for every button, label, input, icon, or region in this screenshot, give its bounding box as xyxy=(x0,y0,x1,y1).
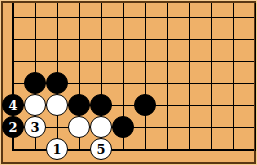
stone-white[interactable] xyxy=(24,94,46,116)
stone-white-move-1[interactable]: 1 xyxy=(46,138,68,160)
grid-line-horizontal xyxy=(12,61,254,62)
stone-white-move-3[interactable]: 3 xyxy=(24,116,46,138)
stone-black-move-2[interactable]: 2 xyxy=(2,116,24,138)
go-board-diagram: 42315 xyxy=(0,0,257,165)
stone-black[interactable] xyxy=(68,94,90,116)
stone-black[interactable] xyxy=(90,94,112,116)
move-number-label: 2 xyxy=(8,121,17,134)
grid-line-vertical xyxy=(255,3,256,151)
stone-black[interactable] xyxy=(134,94,156,116)
grid-line-vertical xyxy=(145,3,146,151)
stone-white-move-5[interactable]: 5 xyxy=(90,138,112,160)
stone-black[interactable] xyxy=(112,116,134,138)
move-number-label: 5 xyxy=(96,143,105,156)
move-number-label: 3 xyxy=(30,121,39,134)
move-number-label: 4 xyxy=(8,99,17,112)
stone-black[interactable] xyxy=(46,72,68,94)
grid-line-vertical xyxy=(167,3,168,151)
stone-white[interactable] xyxy=(90,116,112,138)
move-number-label: 1 xyxy=(52,143,61,156)
grid-line-vertical xyxy=(211,3,212,151)
grid-line-vertical xyxy=(189,3,190,151)
stone-white[interactable] xyxy=(68,116,90,138)
grid-line-horizontal xyxy=(12,17,254,18)
stone-white[interactable] xyxy=(46,94,68,116)
stone-black[interactable] xyxy=(24,72,46,94)
grid-line-vertical xyxy=(233,3,234,151)
grid-line-horizontal xyxy=(12,39,254,40)
stone-black-move-4[interactable]: 4 xyxy=(2,94,24,116)
